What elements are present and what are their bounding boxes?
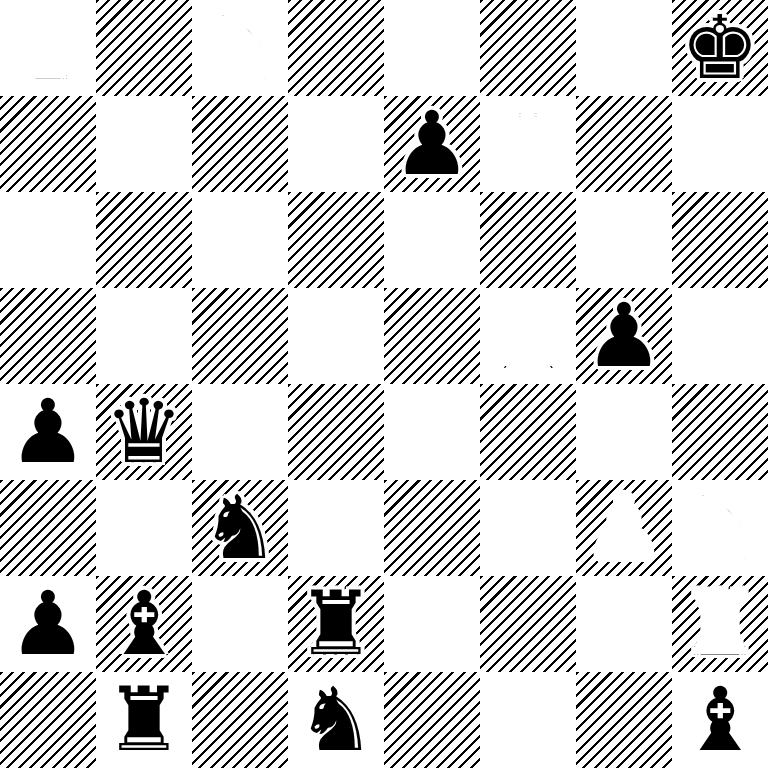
piece-white-king[interactable]: ♚ [489,96,568,192]
square-f5[interactable]: ♝ [480,288,576,384]
piece-black-pawn[interactable]: ♟ [393,96,472,192]
square-b3[interactable] [96,480,192,576]
piece-white-bishop[interactable]: ♝ [489,288,568,384]
square-e3[interactable] [384,480,480,576]
square-h7[interactable] [672,96,768,192]
piece-black-rook[interactable]: ♜ [297,576,376,672]
square-c1[interactable] [192,672,288,768]
piece-black-queen[interactable]: ♛ [105,384,184,480]
piece-black-pawn[interactable]: ♟ [585,288,664,384]
chess-board: ♛♞♚♟♚♟♝♟♟♛♞♟♞♟♝♜♜♜♞♝ [0,0,768,768]
square-b4[interactable]: ♛ [96,384,192,480]
square-h1[interactable]: ♝ [672,672,768,768]
piece-white-pawn[interactable]: ♟ [393,192,472,288]
piece-black-pawn[interactable]: ♟ [9,576,88,672]
square-b2[interactable]: ♝ [96,576,192,672]
piece-white-pawn[interactable]: ♟ [585,480,664,576]
square-d6[interactable] [288,192,384,288]
square-h3[interactable]: ♞ [672,480,768,576]
piece-white-queen[interactable]: ♛ [9,0,88,96]
piece-black-knight[interactable]: ♞ [201,480,280,576]
square-e8[interactable] [384,0,480,96]
square-b8[interactable] [96,0,192,96]
piece-black-rook[interactable]: ♜ [105,672,184,768]
square-a3[interactable] [0,480,96,576]
square-e1[interactable] [384,672,480,768]
piece-white-knight[interactable]: ♞ [201,0,280,96]
square-g5[interactable]: ♟ [576,288,672,384]
square-g8[interactable] [576,0,672,96]
square-e7[interactable]: ♟ [384,96,480,192]
square-g2[interactable] [576,576,672,672]
square-e5[interactable] [384,288,480,384]
square-a6[interactable] [0,192,96,288]
square-f2[interactable] [480,576,576,672]
square-f1[interactable] [480,672,576,768]
square-d5[interactable] [288,288,384,384]
square-c5[interactable] [192,288,288,384]
square-d3[interactable] [288,480,384,576]
square-a2[interactable]: ♟ [0,576,96,672]
square-c7[interactable] [192,96,288,192]
piece-white-rook[interactable]: ♜ [681,576,760,672]
square-e4[interactable] [384,384,480,480]
square-c2[interactable] [192,576,288,672]
square-d1[interactable]: ♞ [288,672,384,768]
square-b7[interactable] [96,96,192,192]
square-g7[interactable] [576,96,672,192]
piece-white-knight[interactable]: ♞ [681,480,760,576]
square-c3[interactable]: ♞ [192,480,288,576]
piece-black-knight[interactable]: ♞ [297,672,376,768]
square-a8[interactable]: ♛ [0,0,96,96]
square-d8[interactable] [288,0,384,96]
square-g3[interactable]: ♟ [576,480,672,576]
square-g1[interactable] [576,672,672,768]
piece-black-king[interactable]: ♚ [681,0,760,96]
square-a4[interactable]: ♟ [0,384,96,480]
square-c6[interactable] [192,192,288,288]
square-h4[interactable] [672,384,768,480]
square-h8[interactable]: ♚ [672,0,768,96]
square-f4[interactable] [480,384,576,480]
square-b5[interactable] [96,288,192,384]
square-d2[interactable]: ♜ [288,576,384,672]
square-b6[interactable] [96,192,192,288]
square-e2[interactable] [384,576,480,672]
square-h5[interactable] [672,288,768,384]
square-f3[interactable] [480,480,576,576]
piece-black-pawn[interactable]: ♟ [9,384,88,480]
square-g4[interactable] [576,384,672,480]
piece-black-bishop[interactable]: ♝ [681,672,760,768]
square-b1[interactable]: ♜ [96,672,192,768]
square-c4[interactable] [192,384,288,480]
square-f6[interactable] [480,192,576,288]
square-d7[interactable] [288,96,384,192]
square-h2[interactable]: ♜ [672,576,768,672]
square-f7[interactable]: ♚ [480,96,576,192]
square-c8[interactable]: ♞ [192,0,288,96]
piece-black-bishop[interactable]: ♝ [105,576,184,672]
square-a1[interactable] [0,672,96,768]
square-h6[interactable] [672,192,768,288]
square-g6[interactable] [576,192,672,288]
square-a5[interactable] [0,288,96,384]
square-f8[interactable] [480,0,576,96]
square-e6[interactable]: ♟ [384,192,480,288]
square-d4[interactable] [288,384,384,480]
square-a7[interactable] [0,96,96,192]
